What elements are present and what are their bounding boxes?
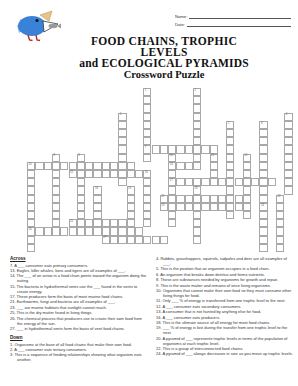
- crossword-cell[interactable]: [118, 170, 126, 178]
- crossword-cell[interactable]: [193, 211, 201, 219]
- crossword-cell[interactable]: [226, 186, 234, 194]
- crossword-cell[interactable]: [210, 203, 218, 211]
- crossword-grid: 1723456248910141711121326151618192021222…: [27, 88, 295, 254]
- crossword-cell[interactable]: [193, 219, 201, 227]
- crossword-cell[interactable]: [259, 162, 267, 170]
- clue-number: 8: [53, 154, 55, 157]
- crossword-cell[interactable]: [127, 195, 135, 203]
- crossword-cell[interactable]: [77, 170, 85, 178]
- crossword-cell[interactable]: [27, 236, 35, 244]
- clue-item: 13. Eagles, killer whales, lions and tig…: [10, 268, 148, 273]
- crossword-cell[interactable]: [135, 170, 143, 178]
- crossword-cell[interactable]: [118, 145, 126, 153]
- clue-number: 7: [145, 146, 147, 149]
- crossword-cell[interactable]: 10: [168, 154, 176, 162]
- crossword-cell[interactable]: [226, 129, 234, 137]
- prey-fish-body: [49, 24, 58, 28]
- crossword-cell[interactable]: 23: [160, 203, 168, 211]
- crossword-cell[interactable]: [27, 186, 35, 194]
- crossword-cell[interactable]: [193, 137, 201, 145]
- crossword-cell[interactable]: [60, 227, 68, 235]
- clue-column-left: Across 7. A ___ consumer eats primary co…: [10, 256, 148, 363]
- title-line-4: Crossword Puzzle: [40, 69, 288, 80]
- crossword-cell[interactable]: [110, 227, 118, 235]
- crossword-cell[interactable]: 26: [27, 227, 35, 235]
- crossword-cell[interactable]: [259, 236, 267, 244]
- crossword-cell[interactable]: [284, 170, 292, 178]
- crossword-cell[interactable]: [52, 219, 60, 227]
- crossword-cell[interactable]: [93, 211, 101, 219]
- crossword-cell[interactable]: [152, 236, 160, 244]
- crossword-cell[interactable]: [44, 162, 52, 170]
- crossword-cell[interactable]: [168, 219, 176, 227]
- clue-section: Across 7. A ___ consumer eats primary co…: [10, 256, 294, 363]
- clue-number: 5: [228, 122, 230, 125]
- crossword-cell[interactable]: [276, 211, 284, 219]
- clue-number: 23: [161, 204, 164, 207]
- clue-number: 1: [145, 89, 147, 92]
- crossword-cell[interactable]: [259, 211, 267, 219]
- clue-number: 9: [78, 154, 80, 157]
- down-heading: Down: [10, 335, 148, 340]
- crossword-cell[interactable]: [85, 227, 93, 235]
- crossword-cell[interactable]: [102, 170, 110, 178]
- crossword-cell[interactable]: [118, 154, 126, 162]
- crossword-cell[interactable]: 11: [210, 154, 218, 162]
- clue-number: 3: [120, 113, 122, 116]
- crossword-cell[interactable]: [284, 129, 292, 137]
- crossword-cell[interactable]: [27, 244, 35, 252]
- crossword-cell[interactable]: [193, 236, 201, 244]
- crossword-cell[interactable]: [93, 195, 101, 203]
- crossword-cell[interactable]: [127, 203, 135, 211]
- crossword-cell[interactable]: [176, 178, 184, 186]
- crossword-cell[interactable]: 15: [69, 170, 77, 178]
- clue-number: 18: [95, 187, 98, 190]
- crossword-cell[interactable]: [276, 203, 284, 211]
- crossword-cell[interactable]: [143, 178, 151, 186]
- crossword-cell[interactable]: [102, 219, 110, 227]
- clue-item: 20. A pyramid of ___ represents trophic …: [156, 336, 294, 346]
- crossword-cell[interactable]: [185, 203, 193, 211]
- clue-number: 21: [161, 195, 164, 198]
- worksheet-page: { "game": "crossword", "header": { "name…: [0, 0, 298, 386]
- crossword-cell[interactable]: [259, 129, 267, 137]
- crossword-cell[interactable]: [118, 121, 126, 129]
- clue-item: 14. The ___ of an arrow in a food chain …: [10, 273, 148, 283]
- crossword-cell[interactable]: [284, 178, 292, 186]
- crossword-cell[interactable]: [118, 137, 126, 145]
- crossword-cell[interactable]: 22: [276, 195, 284, 203]
- clue-item: 16. A ___ consumer eats producers.: [156, 315, 294, 320]
- crossword-cell[interactable]: [168, 203, 176, 211]
- crossword-cell[interactable]: [276, 236, 284, 244]
- crossword-cell[interactable]: [185, 145, 193, 153]
- crossword-cell[interactable]: [193, 162, 201, 170]
- crossword-cell[interactable]: [85, 219, 93, 227]
- clue-item: 8. These are substances needed by organi…: [156, 277, 294, 282]
- crossword-cell[interactable]: [52, 162, 60, 170]
- crossword-cell[interactable]: 20: [193, 186, 201, 194]
- crossword-cell[interactable]: [259, 244, 267, 252]
- clue-number: 26: [29, 228, 32, 231]
- crossword-cell[interactable]: [135, 236, 143, 244]
- clue-number: 27: [103, 236, 106, 239]
- crossword-cell[interactable]: [276, 219, 284, 227]
- clue-item: 19. ___ % of energy is lost during the t…: [156, 325, 294, 335]
- clue-number: 25: [70, 220, 73, 223]
- crossword-cell[interactable]: [127, 211, 135, 219]
- clue-item: 22. This is a group of interconnected fo…: [156, 346, 294, 351]
- crossword-cell[interactable]: 4: [284, 113, 292, 121]
- crossword-cell[interactable]: [243, 203, 251, 211]
- crossword-cell[interactable]: [127, 162, 135, 170]
- crossword-cell[interactable]: [85, 162, 93, 170]
- crossword-cell[interactable]: [143, 104, 151, 112]
- crossword-cell[interactable]: [243, 195, 251, 203]
- crossword-cell[interactable]: [259, 170, 267, 178]
- crossword-cell[interactable]: [110, 236, 118, 244]
- crossword-cell[interactable]: [52, 186, 60, 194]
- crossword-cell[interactable]: [226, 162, 234, 170]
- crossword-cell[interactable]: 13: [27, 162, 35, 170]
- crossword-cell[interactable]: [168, 186, 176, 194]
- clue-number: 15: [70, 171, 73, 174]
- clue-item: 7. A ___ consumer eats primary consumers…: [10, 263, 148, 268]
- crossword-cell[interactable]: [135, 227, 143, 235]
- crossword-cell[interactable]: [185, 195, 193, 203]
- crossword-cell[interactable]: [143, 195, 151, 203]
- crossword-cell[interactable]: [52, 170, 60, 178]
- crossword-cell[interactable]: [193, 154, 201, 162]
- clue-item: 27. ___ in hydrothermal vents form the b…: [10, 326, 148, 331]
- crossword-cell[interactable]: 7: [143, 145, 151, 153]
- crossword-cell[interactable]: [268, 178, 276, 186]
- title-line-3: and ECOLOGICAL PYRAMIDS: [40, 58, 288, 69]
- crossword-cell[interactable]: [193, 203, 201, 211]
- crossword-cell[interactable]: [226, 170, 234, 178]
- clue-item: 4. Rabbits, grasshoppers, squirrels, tad…: [156, 256, 294, 266]
- crossword-cell[interactable]: [210, 178, 218, 186]
- crossword-cell[interactable]: [127, 236, 135, 244]
- crossword-cell[interactable]: 17: [168, 178, 176, 186]
- crossword-cell[interactable]: 18: [93, 186, 101, 194]
- crossword-cell[interactable]: [77, 203, 85, 211]
- crossword-cell[interactable]: [226, 137, 234, 145]
- crossword-cell[interactable]: [93, 219, 101, 227]
- crossword-cell[interactable]: [284, 137, 292, 145]
- crossword-cell[interactable]: [118, 236, 126, 244]
- crossword-cell[interactable]: [168, 170, 176, 178]
- clue-item: 6. An organism that breaks down detritus…: [156, 272, 294, 277]
- crossword-cell[interactable]: [143, 186, 151, 194]
- crossword-cell[interactable]: [276, 227, 284, 235]
- crossword-cell[interactable]: [27, 195, 35, 203]
- crossword-cell[interactable]: [251, 178, 259, 186]
- crossword-cell[interactable]: [226, 145, 234, 153]
- crossword-cell[interactable]: [193, 121, 201, 129]
- clue-number: 20: [195, 187, 198, 190]
- down-clue-list-right: 4. Rabbits, grasshoppers, squirrels, tad…: [156, 256, 294, 356]
- crossword-cell[interactable]: [93, 162, 101, 170]
- crossword-cell[interactable]: [193, 145, 201, 153]
- crossword-cell[interactable]: [110, 162, 118, 170]
- crossword-cell[interactable]: [259, 219, 267, 227]
- clue-number: 17: [170, 179, 173, 182]
- crossword-cell[interactable]: [259, 154, 267, 162]
- crossword-cell[interactable]: [77, 186, 85, 194]
- crossword-cell[interactable]: 24: [259, 203, 267, 211]
- crossword-cell[interactable]: [27, 178, 35, 186]
- crossword-cell[interactable]: [35, 162, 43, 170]
- crossword-cell[interactable]: [235, 195, 243, 203]
- crossword-cell[interactable]: [243, 162, 251, 170]
- across-heading: Across: [10, 256, 148, 261]
- crossword-cell[interactable]: [143, 129, 151, 137]
- crossword-cell[interactable]: [193, 96, 201, 104]
- crossword-cell[interactable]: [77, 211, 85, 219]
- clue-item: 10. Organisms that cannot make their own…: [156, 288, 294, 298]
- crossword-cell[interactable]: [52, 227, 60, 235]
- crossword-cell[interactable]: [168, 195, 176, 203]
- crossword-cell[interactable]: [77, 178, 85, 186]
- crossword-cell[interactable]: [27, 203, 35, 211]
- clue-number: 16: [145, 171, 148, 174]
- crossword-cell[interactable]: [176, 162, 184, 170]
- crossword-cell[interactable]: [201, 203, 209, 211]
- crossword-cell[interactable]: [210, 170, 218, 178]
- crossword-cell[interactable]: [284, 154, 292, 162]
- crossword-cell[interactable]: [193, 104, 201, 112]
- clue-number: 6: [261, 122, 263, 125]
- crossword-cell[interactable]: 21: [160, 195, 168, 203]
- crossword-cell[interactable]: [176, 195, 184, 203]
- crossword-cell[interactable]: [27, 211, 35, 219]
- crossword-cell[interactable]: 9: [77, 154, 85, 162]
- crossword-cell[interactable]: [77, 195, 85, 203]
- crossword-cell[interactable]: [52, 211, 60, 219]
- crossword-cell[interactable]: [77, 227, 85, 235]
- crossword-cell[interactable]: 5: [226, 121, 234, 129]
- crossword-cell[interactable]: [226, 195, 234, 203]
- crossword-cell[interactable]: [52, 195, 60, 203]
- name-date-block: Name: Date:: [175, 13, 291, 29]
- crossword-cell[interactable]: [52, 178, 60, 186]
- crossword-cell[interactable]: [218, 203, 226, 211]
- crossword-cell[interactable]: 3: [118, 113, 126, 121]
- crossword-cell[interactable]: 16: [143, 170, 151, 178]
- crossword-cell[interactable]: [243, 178, 251, 186]
- crossword-cell[interactable]: 8: [52, 154, 60, 162]
- crossword-cell[interactable]: [218, 178, 226, 186]
- crossword-cell[interactable]: [143, 113, 151, 121]
- crossword-cell[interactable]: [127, 219, 135, 227]
- clue-number: 2: [195, 89, 197, 92]
- crossword-cell[interactable]: [110, 219, 118, 227]
- clue-item: 21. Earthworms, fungi and bacteria are a…: [10, 299, 148, 304]
- crossword-cell[interactable]: [201, 178, 209, 186]
- clue-item: 13. A consumer that is not hunted by any…: [156, 309, 294, 314]
- crossword-cell[interactable]: [193, 195, 201, 203]
- crossword-cell[interactable]: [284, 186, 292, 194]
- crossword-cell[interactable]: [152, 145, 160, 153]
- crossword-cell[interactable]: [93, 170, 101, 178]
- crossword-cell[interactable]: [35, 227, 43, 235]
- clue-number: 24: [261, 204, 264, 207]
- clue-item: 11. Only ___ % of energy is transferred …: [156, 298, 294, 303]
- crossword-cell[interactable]: [226, 154, 234, 162]
- date-label: Date:: [175, 22, 185, 27]
- crossword-cell[interactable]: [85, 170, 93, 178]
- crossword-cell[interactable]: 2: [193, 88, 201, 96]
- clue-number: 14: [170, 163, 173, 166]
- crossword-cell[interactable]: [226, 178, 234, 186]
- crossword-cell[interactable]: [210, 162, 218, 170]
- clue-number: 10: [170, 154, 173, 157]
- page-title: FOOD CHAINS, TROPHIC LEVELS and ECOLOGIC…: [40, 36, 288, 80]
- crossword-cell[interactable]: [284, 162, 292, 170]
- crossword-cell[interactable]: [118, 129, 126, 137]
- crossword-cell[interactable]: [77, 219, 85, 227]
- crossword-cell[interactable]: [143, 121, 151, 129]
- crossword-cell[interactable]: 19: [127, 186, 135, 194]
- crossword-cell[interactable]: [259, 145, 267, 153]
- fish-eye: [36, 19, 39, 22]
- crossword-cell[interactable]: [143, 219, 151, 227]
- crossword-cell[interactable]: [77, 162, 85, 170]
- crossword-cell[interactable]: [276, 244, 284, 252]
- clue-item: 25. This is the dry matter found in livi…: [10, 310, 148, 315]
- crossword-cell[interactable]: [243, 170, 251, 178]
- crossword-cell[interactable]: [143, 154, 151, 162]
- crossword-cell[interactable]: [193, 113, 201, 121]
- crossword-cell[interactable]: [27, 170, 35, 178]
- clue-item: 2. A ___ consumer eats tertiary consumer…: [10, 347, 148, 352]
- crossword-cell[interactable]: [193, 227, 201, 235]
- crossword-cell[interactable]: [52, 203, 60, 211]
- crossword-cell[interactable]: [69, 227, 77, 235]
- crossword-cell[interactable]: [176, 145, 184, 153]
- crossword-cell[interactable]: [226, 203, 234, 211]
- crossword-cell[interactable]: 25: [69, 219, 77, 227]
- crossword-cell[interactable]: [168, 211, 176, 219]
- crossword-cell[interactable]: [118, 178, 126, 186]
- crossword-cell[interactable]: [284, 145, 292, 153]
- crossword-cell[interactable]: 27: [102, 236, 110, 244]
- crossword-cell[interactable]: [226, 211, 234, 219]
- crossword-cell[interactable]: [243, 186, 251, 194]
- clue-number: 13: [29, 163, 32, 166]
- clue-number: 22: [278, 195, 281, 198]
- crossword-cell[interactable]: [218, 195, 226, 203]
- crossword-cell[interactable]: [93, 203, 101, 211]
- crossword-cell[interactable]: [160, 236, 168, 244]
- crossword-cell[interactable]: [259, 186, 267, 194]
- crossword-cell[interactable]: 1: [143, 88, 151, 96]
- clue-item: 9. This is the waste matter and remains …: [156, 283, 294, 288]
- clue-item: 24. A pyramid of ___ always decreases in…: [156, 351, 294, 356]
- across-clue-list: 7. A ___ consumer eats primary consumers…: [10, 263, 148, 332]
- crossword-cell[interactable]: [284, 121, 292, 129]
- clue-number: 12: [244, 154, 247, 157]
- crossword-cell[interactable]: [127, 227, 135, 235]
- crossword-cell[interactable]: [259, 178, 267, 186]
- crossword-cell[interactable]: [235, 178, 243, 186]
- crossword-cell[interactable]: [259, 227, 267, 235]
- crossword-cell[interactable]: [143, 96, 151, 104]
- crossword-cell[interactable]: [143, 203, 151, 211]
- clue-item: 15. The bacteria in hydrothermal vents u…: [10, 284, 148, 294]
- crossword-cell[interactable]: [176, 203, 184, 211]
- crossword-cell[interactable]: [143, 236, 151, 244]
- crossword-cell[interactable]: [118, 227, 126, 235]
- crossword-cell[interactable]: [60, 162, 68, 170]
- clue-item: 18. This is the ultimate source of all e…: [156, 320, 294, 325]
- crossword-cell[interactable]: 14: [168, 162, 176, 170]
- crossword-cell[interactable]: [102, 162, 110, 170]
- crossword-cell[interactable]: [193, 129, 201, 137]
- clue-item: 5. This is the position that an organism…: [156, 266, 294, 271]
- down-clue-list-left: 1. Organisms at the base of all food cha…: [10, 342, 148, 363]
- crossword-cell[interactable]: [185, 162, 193, 170]
- name-input-line[interactable]: [189, 14, 291, 19]
- clue-item: 23. ___ are marine habitats that sunligh…: [10, 305, 148, 310]
- crossword-cell[interactable]: [259, 195, 267, 203]
- clue-item: 26. The chemical process that producers …: [10, 316, 148, 326]
- clue-column-right: 4. Rabbits, grasshoppers, squirrels, tad…: [156, 256, 294, 363]
- crossword-cell[interactable]: [201, 145, 209, 153]
- crossword-cell[interactable]: [243, 211, 251, 219]
- clue-item: 12. A ___ consumer eats secondary consum…: [156, 304, 294, 309]
- clue-number: 4: [286, 113, 288, 116]
- crossword-cell[interactable]: 12: [243, 154, 251, 162]
- crossword-cell[interactable]: 6: [259, 121, 267, 129]
- clue-number: 11: [211, 154, 214, 157]
- clue-item: 1. Organisms at the base of all food cha…: [10, 342, 148, 347]
- crossword-cell[interactable]: [185, 178, 193, 186]
- crossword-cell[interactable]: [201, 195, 209, 203]
- crossword-cell[interactable]: [118, 219, 126, 227]
- fish-body: [18, 16, 46, 36]
- crossword-cell[interactable]: [143, 211, 151, 219]
- name-label: Name:: [175, 14, 187, 19]
- clue-number: 19: [128, 187, 131, 190]
- crossword-cell[interactable]: [160, 145, 168, 153]
- clue-item: 3. This is a sequence of feeding relatio…: [10, 352, 148, 362]
- crossword-cell[interactable]: [210, 195, 218, 203]
- crossword-cell[interactable]: [118, 162, 126, 170]
- crossword-cell[interactable]: [93, 227, 101, 235]
- crossword-cell[interactable]: [127, 170, 135, 178]
- date-input-line[interactable]: [187, 22, 291, 27]
- crossword-cell[interactable]: [44, 227, 52, 235]
- crossword-cell[interactable]: [259, 137, 267, 145]
- crossword-cell[interactable]: [69, 162, 77, 170]
- crossword-cell[interactable]: [110, 170, 118, 178]
- crossword-cell[interactable]: [235, 203, 243, 211]
- clue-item: 17. These producers form the basis of mo…: [10, 294, 148, 299]
